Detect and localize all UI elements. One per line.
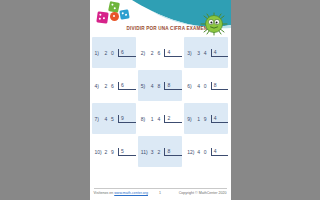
problem-number: 11) xyxy=(141,149,148,155)
problems-grid: 1)2 062)2 643)3 444)2 665)4 886)4 087)4 … xyxy=(92,37,229,167)
dividend: 2 6 xyxy=(151,50,162,56)
dividend: 4 0 xyxy=(197,83,208,89)
divisor: 2 xyxy=(167,115,170,121)
problem-number: 10) xyxy=(95,149,102,155)
problem-number: 7) xyxy=(95,116,102,122)
dividend: 1 4 xyxy=(151,116,162,122)
orange-die-icon xyxy=(110,12,119,21)
problem-5: 5)4 88 xyxy=(138,70,182,101)
problem-number: 8) xyxy=(141,116,148,122)
problem-number: 6) xyxy=(187,83,194,89)
division-box: 8 xyxy=(211,82,229,90)
problem-10: 10)2 95 xyxy=(92,136,136,167)
blue-die-icon xyxy=(119,9,129,19)
problem-3: 3)3 44 xyxy=(184,37,228,68)
copyright-text: Copyright © MathCenter 2020 xyxy=(179,191,227,195)
problem-4: 4)2 66 xyxy=(92,70,136,101)
problem-number: 12) xyxy=(187,149,194,155)
divisor: 5 xyxy=(121,148,124,154)
dividend: 3 4 xyxy=(197,50,208,56)
dividend: 2 6 xyxy=(105,83,116,89)
problem-2: 2)2 64 xyxy=(138,37,182,68)
dividend: 1 9 xyxy=(197,116,208,122)
problem-12: 12)4 04 xyxy=(184,136,228,167)
problem-number: 2) xyxy=(141,50,148,56)
problem-6: 6)4 08 xyxy=(184,70,228,101)
division-box: 6 xyxy=(118,49,136,57)
pink-die-icon xyxy=(96,11,108,23)
dividend: 2 0 xyxy=(105,50,116,56)
divisor: 9 xyxy=(121,115,124,121)
footer-left: Visítenos en www.math-center.org xyxy=(94,191,148,195)
divisor: 4 xyxy=(167,49,170,55)
divisor: 6 xyxy=(121,49,124,55)
header: DIVIDIR POR UNA CIFRA EXAMEN 1 xyxy=(90,0,231,36)
dividend: 2 9 xyxy=(105,149,116,155)
worksheet-page: DIVIDIR POR UNA CIFRA EXAMEN 1 1)2 062)2… xyxy=(90,0,231,200)
division-box: 4 xyxy=(211,115,229,123)
divisor: 4 xyxy=(214,49,217,55)
problem-11: 11)3 28 xyxy=(138,136,182,167)
germ-mascot-icon xyxy=(200,12,228,36)
problem-9: 9)1 94 xyxy=(184,103,228,134)
dividend: 4 5 xyxy=(105,116,116,122)
division-box: 2 xyxy=(164,115,182,123)
divisor: 8 xyxy=(167,148,170,154)
problem-7: 7)4 59 xyxy=(92,103,136,134)
dividend: 4 0 xyxy=(197,149,208,155)
division-box: 8 xyxy=(164,82,182,90)
dice-logo xyxy=(96,1,134,29)
division-box: 6 xyxy=(118,82,136,90)
division-box: 4 xyxy=(211,148,229,156)
divisor: 4 xyxy=(214,115,217,121)
divisor: 6 xyxy=(121,82,124,88)
problem-number: 5) xyxy=(141,83,148,89)
problem-number: 9) xyxy=(187,116,194,122)
division-box: 8 xyxy=(164,148,182,156)
website-link[interactable]: www.math-center.org xyxy=(114,191,148,195)
dividend: 4 8 xyxy=(151,83,162,89)
problem-number: 3) xyxy=(187,50,194,56)
dividend: 3 2 xyxy=(151,149,162,155)
divisor: 8 xyxy=(214,82,217,88)
page-number: 1 xyxy=(159,191,161,195)
visit-text: Visítenos en xyxy=(94,191,114,195)
division-box: 5 xyxy=(118,148,136,156)
division-box: 4 xyxy=(164,49,182,57)
problem-number: 4) xyxy=(95,83,102,89)
problem-1: 1)2 06 xyxy=(92,37,136,68)
divisor: 8 xyxy=(167,82,170,88)
divisor: 4 xyxy=(214,148,217,154)
division-box: 9 xyxy=(118,115,136,123)
problem-number: 1) xyxy=(95,50,102,56)
footer: Visítenos en www.math-center.org 1 Copyr… xyxy=(94,188,227,195)
problem-8: 8)1 42 xyxy=(138,103,182,134)
division-box: 4 xyxy=(211,49,229,57)
